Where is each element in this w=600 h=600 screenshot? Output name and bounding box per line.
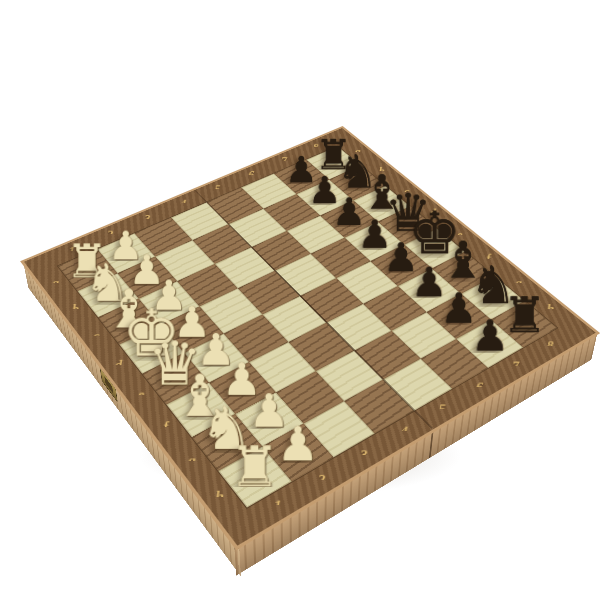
rank-label-5: 5 [207, 182, 228, 196]
rank-label-4: 4 [390, 422, 417, 440]
product-photo-scene: ♜♞♝♛♚♝♞♜♟♟♟♟♟♟♟♟♟♟♟♟♟♟♟♟♜♞♝♚♛♝♞♜ abcdefg… [0, 0, 600, 600]
file-label-b: b [64, 301, 88, 317]
file-label-e: e [128, 386, 154, 404]
rank-label-7: 7 [503, 357, 529, 374]
file-label-a: a [44, 275, 68, 291]
rank-label-3: 3 [350, 446, 378, 464]
rank-label-2: 2 [308, 470, 336, 489]
file-label-h: h [205, 487, 234, 506]
rank-label-4: 4 [172, 196, 194, 211]
rank-label-6: 6 [241, 168, 262, 182]
rank-label-1: 1 [264, 496, 293, 515]
rank-label-5: 5 [429, 400, 456, 418]
file-label-f: f [153, 418, 180, 436]
rank-label-8: 8 [537, 337, 562, 354]
rank-label-6: 6 [467, 378, 493, 395]
file-label-c: c [84, 328, 109, 345]
file-label-g: g [178, 451, 206, 470]
file-label-d: d [106, 356, 132, 373]
